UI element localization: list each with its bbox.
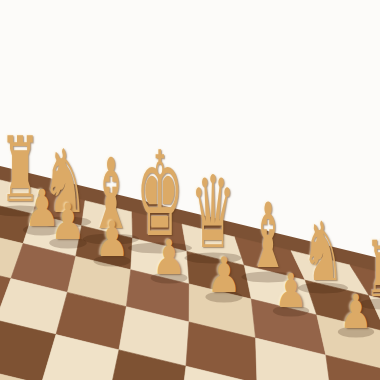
piece-shadow xyxy=(205,292,242,303)
piece-shadow xyxy=(128,243,192,254)
chess-board xyxy=(0,0,380,380)
piece-shadow xyxy=(273,306,309,317)
piece-shadow xyxy=(184,253,241,264)
piece-shadow xyxy=(151,273,188,284)
chess-set-photo: ♜♞♟♝♟♚♛♟♝♟♞♟♜♟♟ xyxy=(0,0,380,380)
piece-shadow xyxy=(241,272,294,283)
piece-shadow xyxy=(23,225,61,236)
piece-shadow xyxy=(298,283,348,294)
piece-shadow xyxy=(83,234,139,245)
piece-shadow xyxy=(93,256,130,267)
piece-shadow xyxy=(338,327,374,338)
piece-shadow xyxy=(49,238,87,249)
